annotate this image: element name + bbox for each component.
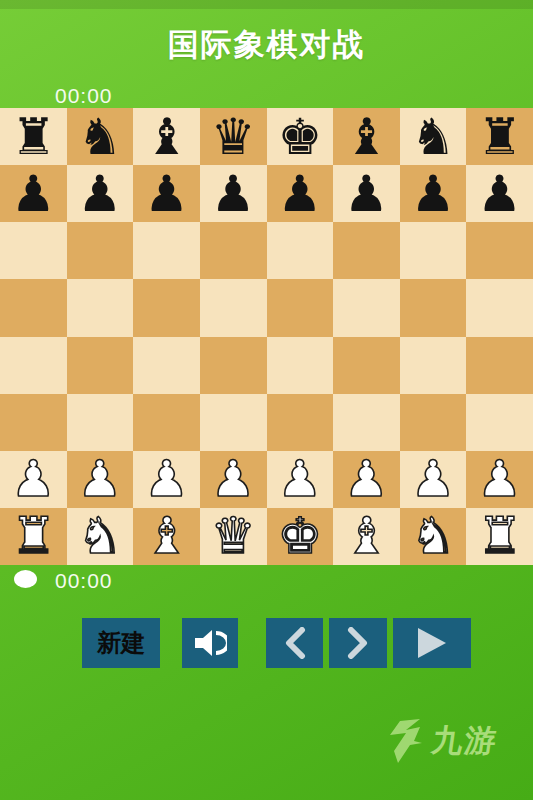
square-c5[interactable] (133, 279, 200, 336)
square-h6[interactable] (466, 222, 533, 279)
piece-black-knight[interactable]: ♞ (411, 112, 456, 162)
white-turn-indicator-dot (14, 570, 37, 588)
square-h7[interactable]: ♟ (466, 165, 533, 222)
square-g7[interactable]: ♟ (400, 165, 467, 222)
square-e5[interactable] (267, 279, 334, 336)
square-d2[interactable]: ♟ (200, 451, 267, 508)
square-d5[interactable] (200, 279, 267, 336)
piece-black-bishop[interactable]: ♝ (344, 112, 389, 162)
square-a1[interactable]: ♜ (0, 508, 67, 565)
new-game-button[interactable]: 新建 (82, 618, 160, 668)
square-f8[interactable]: ♝ (333, 108, 400, 165)
piece-black-pawn[interactable]: ♟ (477, 169, 522, 219)
square-c8[interactable]: ♝ (133, 108, 200, 165)
watermark-text: 九游 (429, 720, 501, 762)
square-h4[interactable] (466, 337, 533, 394)
piece-white-pawn[interactable]: ♟ (211, 454, 256, 504)
jiuyou-watermark: 九游 (386, 713, 516, 769)
square-d3[interactable] (200, 394, 267, 451)
square-f7[interactable]: ♟ (333, 165, 400, 222)
square-a4[interactable] (0, 337, 67, 394)
square-f6[interactable] (333, 222, 400, 279)
square-c2[interactable]: ♟ (133, 451, 200, 508)
square-d8[interactable]: ♛ (200, 108, 267, 165)
square-f5[interactable] (333, 279, 400, 336)
white-player-timer: 00:00 (55, 569, 113, 593)
square-g1[interactable]: ♞ (400, 508, 467, 565)
square-f1[interactable]: ♝ (333, 508, 400, 565)
status-bar-strip (0, 0, 533, 9)
play-icon (416, 626, 448, 660)
square-b8[interactable]: ♞ (67, 108, 134, 165)
square-g2[interactable]: ♟ (400, 451, 467, 508)
square-b4[interactable] (67, 337, 134, 394)
piece-white-rook[interactable]: ♜ (477, 511, 522, 561)
piece-white-knight[interactable]: ♞ (78, 511, 123, 561)
square-h5[interactable] (466, 279, 533, 336)
square-a8[interactable]: ♜ (0, 108, 67, 165)
piece-white-knight[interactable]: ♞ (411, 511, 456, 561)
piece-black-rook[interactable]: ♜ (477, 112, 522, 162)
piece-white-queen[interactable]: ♛ (211, 511, 256, 561)
square-e6[interactable] (267, 222, 334, 279)
chess-board[interactable]: ♜♞♝♛♚♝♞♜♟♟♟♟♟♟♟♟♟♟♟♟♟♟♟♟♜♞♝♛♚♝♞♜ (0, 108, 533, 565)
square-b5[interactable] (67, 279, 134, 336)
square-e7[interactable]: ♟ (267, 165, 334, 222)
piece-black-pawn[interactable]: ♟ (411, 169, 456, 219)
chevron-left-icon (284, 627, 306, 659)
play-button[interactable] (393, 618, 471, 668)
piece-white-pawn[interactable]: ♟ (411, 454, 456, 504)
piece-black-king[interactable]: ♚ (277, 112, 322, 162)
square-e2[interactable]: ♟ (267, 451, 334, 508)
square-a2[interactable]: ♟ (0, 451, 67, 508)
piece-black-pawn[interactable]: ♟ (11, 169, 56, 219)
square-b3[interactable] (67, 394, 134, 451)
piece-black-pawn[interactable]: ♟ (78, 169, 123, 219)
previous-move-button[interactable] (266, 618, 323, 668)
square-b2[interactable]: ♟ (67, 451, 134, 508)
piece-black-knight[interactable]: ♞ (78, 112, 123, 162)
piece-black-pawn[interactable]: ♟ (211, 169, 256, 219)
piece-black-pawn[interactable]: ♟ (344, 169, 389, 219)
square-a7[interactable]: ♟ (0, 165, 67, 222)
square-d4[interactable] (200, 337, 267, 394)
piece-white-pawn[interactable]: ♟ (277, 454, 322, 504)
piece-white-bishop[interactable]: ♝ (344, 511, 389, 561)
square-f4[interactable] (333, 337, 400, 394)
sound-button[interactable] (182, 618, 238, 668)
piece-white-pawn[interactable]: ♟ (144, 454, 189, 504)
piece-black-pawn[interactable]: ♟ (144, 169, 189, 219)
jiuyou-logo-icon (386, 717, 426, 765)
square-h3[interactable] (466, 394, 533, 451)
speaker-icon (193, 628, 227, 658)
square-d7[interactable]: ♟ (200, 165, 267, 222)
square-a3[interactable] (0, 394, 67, 451)
piece-white-king[interactable]: ♚ (277, 511, 322, 561)
square-a6[interactable] (0, 222, 67, 279)
square-c1[interactable]: ♝ (133, 508, 200, 565)
piece-white-rook[interactable]: ♜ (11, 511, 56, 561)
next-move-button[interactable] (329, 618, 387, 668)
piece-white-pawn[interactable]: ♟ (477, 454, 522, 504)
square-d1[interactable]: ♛ (200, 508, 267, 565)
square-e3[interactable] (267, 394, 334, 451)
piece-white-bishop[interactable]: ♝ (144, 511, 189, 561)
square-f3[interactable] (333, 394, 400, 451)
square-e4[interactable] (267, 337, 334, 394)
square-f2[interactable]: ♟ (333, 451, 400, 508)
square-c3[interactable] (133, 394, 200, 451)
square-h8[interactable]: ♜ (466, 108, 533, 165)
square-b6[interactable] (67, 222, 134, 279)
piece-white-pawn[interactable]: ♟ (11, 454, 56, 504)
square-h2[interactable]: ♟ (466, 451, 533, 508)
square-g4[interactable] (400, 337, 467, 394)
square-c6[interactable] (133, 222, 200, 279)
piece-black-rook[interactable]: ♜ (11, 112, 56, 162)
square-g3[interactable] (400, 394, 467, 451)
square-g8[interactable]: ♞ (400, 108, 467, 165)
square-e8[interactable]: ♚ (267, 108, 334, 165)
square-c7[interactable]: ♟ (133, 165, 200, 222)
app-title: 国际象棋对战 (0, 24, 533, 66)
square-g6[interactable] (400, 222, 467, 279)
square-e1[interactable]: ♚ (267, 508, 334, 565)
control-bar: 新建 (0, 618, 533, 668)
black-player-timer: 00:00 (55, 84, 113, 108)
square-b7[interactable]: ♟ (67, 165, 134, 222)
square-c4[interactable] (133, 337, 200, 394)
square-d6[interactable] (200, 222, 267, 279)
piece-white-pawn[interactable]: ♟ (344, 454, 389, 504)
piece-black-pawn[interactable]: ♟ (277, 169, 322, 219)
chevron-right-icon (347, 627, 369, 659)
piece-white-pawn[interactable]: ♟ (78, 454, 123, 504)
square-b1[interactable]: ♞ (67, 508, 134, 565)
piece-black-bishop[interactable]: ♝ (144, 112, 189, 162)
piece-black-queen[interactable]: ♛ (211, 112, 256, 162)
square-h1[interactable]: ♜ (466, 508, 533, 565)
square-a5[interactable] (0, 279, 67, 336)
square-g5[interactable] (400, 279, 467, 336)
